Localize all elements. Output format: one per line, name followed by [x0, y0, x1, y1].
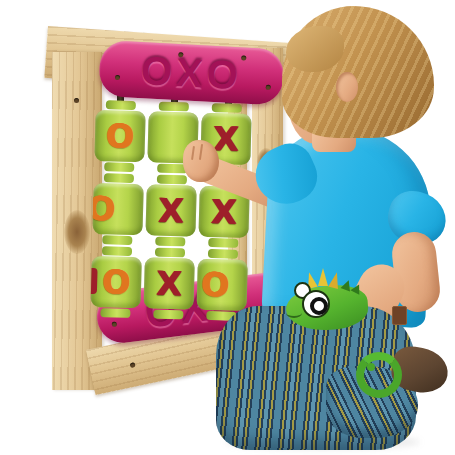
fence-slat [287, 44, 303, 100]
child-right-forearm [330, 257, 413, 360]
spinner-cap [210, 165, 240, 175]
tic-tac-toe-board: O X O X [90, 99, 252, 322]
board-cell-r3c3[interactable]: O [196, 248, 248, 322]
cell-symbol: O [102, 256, 131, 308]
cell-symbol: O [200, 259, 229, 311]
screw-hole [130, 362, 136, 368]
chameleon-back-spike [350, 282, 363, 295]
chameleon-tail-curl [356, 352, 402, 398]
spinner-cap [104, 162, 134, 172]
spinner-cap [208, 238, 238, 248]
child-right-upper-arm [390, 230, 442, 314]
cell-symbol: X [213, 113, 240, 165]
spinner-cap [100, 308, 130, 318]
wood-knot [64, 210, 90, 254]
spinner-block[interactable]: O [197, 259, 248, 311]
child-mouth [296, 112, 313, 122]
spinner-cap [206, 311, 236, 321]
cell-symbol: X [156, 258, 183, 310]
screw-hole [74, 98, 79, 103]
board-cell-r2c3[interactable]: X [198, 175, 250, 249]
oxo-header-label: OXO [140, 48, 243, 98]
chameleon-crown-spike [318, 268, 328, 286]
chameleon-small-eye [294, 282, 311, 299]
chameleon-tail-center [367, 363, 375, 371]
shirt-side-tag [392, 306, 407, 325]
spinner-cap [106, 100, 136, 110]
board-cell-r2c2[interactable]: X [145, 173, 197, 247]
spinner-cap [102, 246, 132, 256]
chameleon-back-spike [341, 279, 354, 292]
spinner-block[interactable]: X [198, 186, 249, 238]
spinner-block[interactable]: O [92, 183, 143, 235]
screw-hole [266, 85, 271, 90]
cell-symbol: O [92, 183, 115, 235]
spinner-block[interactable]: X [145, 184, 196, 236]
spinner-cap [210, 176, 240, 186]
board-cell-r1c2[interactable] [147, 100, 199, 174]
board-cell-r3c2[interactable]: X [143, 246, 195, 320]
cell-symbol: O [105, 110, 134, 162]
ground-shadow [225, 434, 420, 450]
spinner-block[interactable]: O [94, 110, 145, 162]
spinner-block[interactable]: O [91, 256, 142, 308]
board-cell-r2c1[interactable]: O [92, 172, 144, 246]
screw-hole [115, 75, 120, 80]
oxo-header-bar: OXO [98, 40, 285, 106]
board-cell-r3c1[interactable]: O [90, 245, 142, 319]
spinner-block[interactable]: X [144, 257, 195, 309]
child-sandal [389, 343, 452, 396]
spinner-block[interactable] [147, 111, 198, 163]
board-cell-r1c1[interactable]: O [94, 99, 146, 173]
spinner-cap [155, 248, 185, 258]
finger-line [347, 338, 351, 374]
cell-symbol: X [211, 186, 238, 238]
screw-hole [273, 285, 279, 291]
board-cell-r1c3[interactable]: X [200, 102, 252, 176]
spinner-block[interactable]: X [200, 113, 251, 165]
spinner-cap [159, 102, 189, 112]
spinner-cap [212, 103, 242, 113]
child-right-sleeve [383, 186, 452, 250]
scene: OXO O X [0, 0, 455, 455]
side-face-x-sliver [91, 268, 98, 294]
spinner-cap [153, 310, 183, 320]
wood-knot [257, 148, 275, 176]
spinner-cap [157, 164, 187, 174]
chameleon-crown-spike [304, 271, 318, 289]
cell-symbol: X [158, 185, 185, 237]
spinner-cap [157, 175, 187, 185]
screw-hole [241, 55, 246, 60]
chameleon-crown-spike [328, 271, 342, 289]
spinner-cap [208, 249, 238, 259]
screw-hole [112, 321, 118, 327]
spinner-cap [102, 235, 132, 245]
spinner-cap [104, 173, 134, 183]
child-neck [312, 126, 356, 152]
spinner-cap [155, 237, 185, 247]
child-trouser-shin [326, 366, 418, 438]
